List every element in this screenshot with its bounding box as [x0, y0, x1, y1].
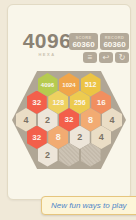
restart-icon: ↻: [119, 52, 126, 63]
menu-icon: ≡: [88, 52, 93, 63]
undo-button[interactable]: ↩: [99, 52, 113, 63]
best-value: 60360: [100, 40, 129, 49]
menu-button[interactable]: ≡: [83, 52, 97, 63]
page-subtitle: HEXA: [22, 52, 72, 57]
promo-banner-text: New fun ways to play: [51, 201, 127, 210]
restart-button[interactable]: ↻: [115, 52, 129, 63]
toolbar: ≡ ↩ ↻: [80, 52, 129, 63]
hex-board[interactable]: 409610245123212825616423284328242: [12, 71, 126, 169]
app-card: 4096 HEXA SCORE 60360 RECORD 60360 ≡ ↩ ↻…: [7, 4, 131, 200]
undo-icon: ↩: [103, 52, 110, 63]
score-box: SCORE 60360: [69, 33, 98, 50]
promo-banner[interactable]: New fun ways to play: [41, 196, 136, 215]
best-box: RECORD 60360: [100, 33, 129, 50]
page-title: 4096: [22, 29, 72, 53]
score-value: 60360: [69, 40, 98, 49]
